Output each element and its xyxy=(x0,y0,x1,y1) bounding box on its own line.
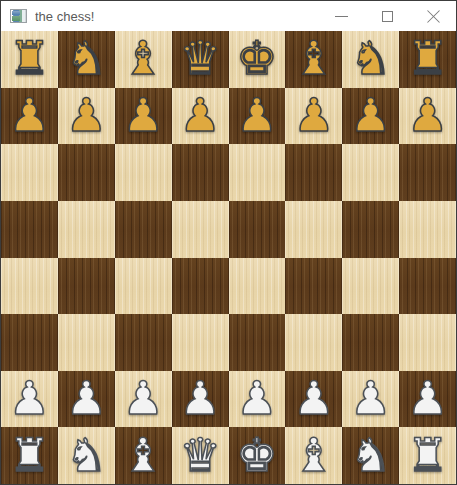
square-b3[interactable] xyxy=(58,314,115,371)
square-a6[interactable] xyxy=(1,144,58,201)
square-b1[interactable]: ♞ xyxy=(58,427,115,484)
square-c6[interactable] xyxy=(115,144,172,201)
square-a1[interactable]: ♜ xyxy=(1,427,58,484)
close-button[interactable] xyxy=(410,1,456,31)
square-b5[interactable] xyxy=(58,201,115,258)
square-c2[interactable]: ♟ xyxy=(115,371,172,428)
square-h1[interactable]: ♜ xyxy=(399,427,456,484)
square-h8[interactable]: ♜ xyxy=(399,31,456,88)
black-pawn: ♟ xyxy=(350,92,391,138)
square-c5[interactable] xyxy=(115,201,172,258)
black-pawn: ♟ xyxy=(66,92,107,138)
black-queen: ♛ xyxy=(179,35,220,81)
square-f1[interactable]: ♝ xyxy=(285,427,342,484)
white-knight: ♞ xyxy=(350,432,391,478)
black-pawn: ♟ xyxy=(407,92,448,138)
black-bishop: ♝ xyxy=(293,35,334,81)
white-rook: ♜ xyxy=(9,432,50,478)
black-king: ♚ xyxy=(236,35,277,81)
white-pawn: ♟ xyxy=(179,375,220,421)
square-a5[interactable] xyxy=(1,201,58,258)
square-e5[interactable] xyxy=(229,201,286,258)
window-controls xyxy=(318,1,456,31)
square-f2[interactable]: ♟ xyxy=(285,371,342,428)
square-b7[interactable]: ♟ xyxy=(58,88,115,145)
black-pawn: ♟ xyxy=(293,92,334,138)
maximize-icon xyxy=(382,11,393,22)
square-f6[interactable] xyxy=(285,144,342,201)
square-b4[interactable] xyxy=(58,258,115,315)
square-c7[interactable]: ♟ xyxy=(115,88,172,145)
minimize-button[interactable] xyxy=(318,1,364,31)
square-g1[interactable]: ♞ xyxy=(342,427,399,484)
white-bishop: ♝ xyxy=(123,432,164,478)
title-bar[interactable]: the chess! xyxy=(1,1,456,31)
square-e6[interactable] xyxy=(229,144,286,201)
white-king: ♚ xyxy=(236,432,277,478)
white-rook: ♜ xyxy=(407,432,448,478)
white-pawn: ♟ xyxy=(407,375,448,421)
black-pawn: ♟ xyxy=(123,92,164,138)
minimize-icon xyxy=(335,16,348,17)
window-title: the chess! xyxy=(35,9,318,24)
black-pawn: ♟ xyxy=(179,92,220,138)
square-b6[interactable] xyxy=(58,144,115,201)
square-f8[interactable]: ♝ xyxy=(285,31,342,88)
square-e8[interactable]: ♚ xyxy=(229,31,286,88)
square-b2[interactable]: ♟ xyxy=(58,371,115,428)
square-f5[interactable] xyxy=(285,201,342,258)
square-e3[interactable] xyxy=(229,314,286,371)
square-e4[interactable] xyxy=(229,258,286,315)
square-g6[interactable] xyxy=(342,144,399,201)
square-c8[interactable]: ♝ xyxy=(115,31,172,88)
maximize-button[interactable] xyxy=(364,1,410,31)
square-d5[interactable] xyxy=(172,201,229,258)
square-h5[interactable] xyxy=(399,201,456,258)
black-pawn: ♟ xyxy=(236,92,277,138)
black-knight: ♞ xyxy=(350,35,391,81)
white-bishop: ♝ xyxy=(293,432,334,478)
black-rook: ♜ xyxy=(9,35,50,81)
square-c1[interactable]: ♝ xyxy=(115,427,172,484)
square-d4[interactable] xyxy=(172,258,229,315)
square-g8[interactable]: ♞ xyxy=(342,31,399,88)
white-pawn: ♟ xyxy=(350,375,391,421)
chess-board: ♜♞♝♛♚♝♞♜♟♟♟♟♟♟♟♟♟♟♟♟♟♟♟♟♜♞♝♛♚♝♞♜ xyxy=(1,31,456,484)
square-a8[interactable]: ♜ xyxy=(1,31,58,88)
black-rook: ♜ xyxy=(407,35,448,81)
square-d7[interactable]: ♟ xyxy=(172,88,229,145)
white-pawn: ♟ xyxy=(66,375,107,421)
square-h3[interactable] xyxy=(399,314,456,371)
square-h2[interactable]: ♟ xyxy=(399,371,456,428)
square-a4[interactable] xyxy=(1,258,58,315)
app-icon xyxy=(10,9,27,23)
white-pawn: ♟ xyxy=(9,375,50,421)
square-b8[interactable]: ♞ xyxy=(58,31,115,88)
square-f3[interactable] xyxy=(285,314,342,371)
square-g2[interactable]: ♟ xyxy=(342,371,399,428)
white-pawn: ♟ xyxy=(236,375,277,421)
square-d6[interactable] xyxy=(172,144,229,201)
square-a2[interactable]: ♟ xyxy=(1,371,58,428)
square-g3[interactable] xyxy=(342,314,399,371)
square-e2[interactable]: ♟ xyxy=(229,371,286,428)
square-g5[interactable] xyxy=(342,201,399,258)
square-e7[interactable]: ♟ xyxy=(229,88,286,145)
square-g7[interactable]: ♟ xyxy=(342,88,399,145)
white-knight: ♞ xyxy=(66,432,107,478)
square-f7[interactable]: ♟ xyxy=(285,88,342,145)
white-pawn: ♟ xyxy=(293,375,334,421)
square-d3[interactable] xyxy=(172,314,229,371)
black-knight: ♞ xyxy=(66,35,107,81)
black-bishop: ♝ xyxy=(123,35,164,81)
square-d1[interactable]: ♛ xyxy=(172,427,229,484)
square-c3[interactable] xyxy=(115,314,172,371)
square-f4[interactable] xyxy=(285,258,342,315)
square-a7[interactable]: ♟ xyxy=(1,88,58,145)
chess-window: the chess! ♜♞♝♛♚♝♞♜♟♟♟♟♟♟♟♟♟♟♟♟♟♟♟♟♜♞♝♛♚… xyxy=(0,0,457,485)
square-e1[interactable]: ♚ xyxy=(229,427,286,484)
square-c4[interactable] xyxy=(115,258,172,315)
square-d8[interactable]: ♛ xyxy=(172,31,229,88)
close-icon xyxy=(426,9,441,24)
white-pawn: ♟ xyxy=(123,375,164,421)
square-h7[interactable]: ♟ xyxy=(399,88,456,145)
black-pawn: ♟ xyxy=(9,92,50,138)
square-g4[interactable] xyxy=(342,258,399,315)
white-queen: ♛ xyxy=(179,432,220,478)
square-h6[interactable] xyxy=(399,144,456,201)
square-d2[interactable]: ♟ xyxy=(172,371,229,428)
square-h4[interactable] xyxy=(399,258,456,315)
square-a3[interactable] xyxy=(1,314,58,371)
